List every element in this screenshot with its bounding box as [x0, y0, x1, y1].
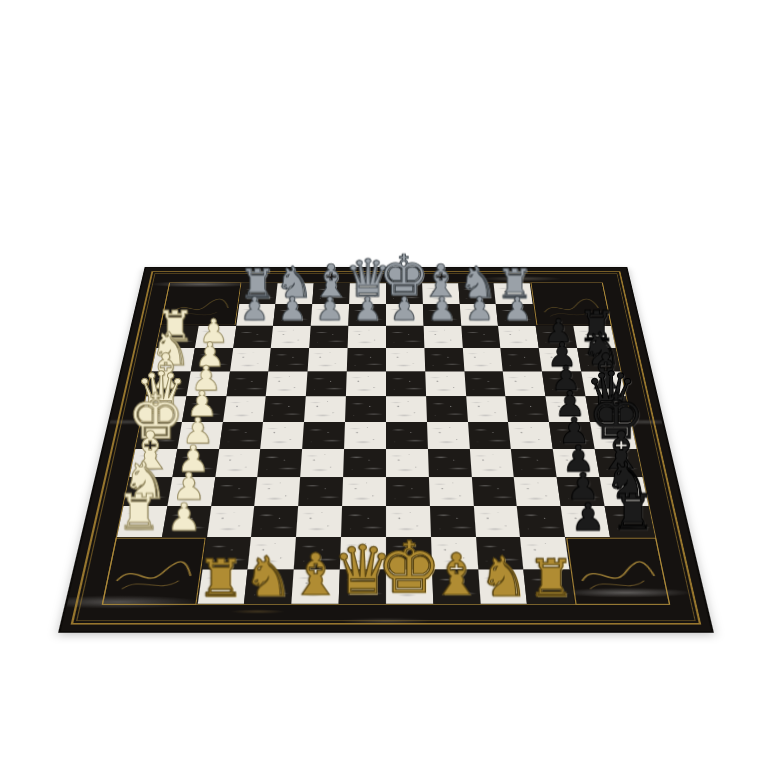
square-r4-c12: ♞ — [577, 348, 620, 372]
silver-knight: ♞ — [275, 261, 314, 304]
square-r1-c10: ♜ — [494, 283, 533, 304]
checkerboard-grid: ♜♞♝♛♚♝♞♜♟♟♟♟♟♟♟♟♜♟♟♜♞♟♟♞♝♟♟♝♛♟♟♛♚♟♟♚♝♟♟♝… — [102, 283, 671, 605]
square-r4-c3 — [230, 348, 272, 372]
square-r11-c9 — [476, 537, 524, 569]
square-r9-c3 — [211, 477, 258, 506]
square-r2-c3: ♟ — [236, 304, 276, 326]
square-r9-c4 — [255, 477, 301, 506]
square-r1-c7: ♚ — [386, 283, 423, 304]
square-r9-c2: ♟ — [167, 477, 215, 506]
square-r5-c1: ♝ — [146, 372, 190, 397]
square-r10-c5 — [296, 506, 342, 537]
square-r1-c4: ♞ — [276, 283, 314, 304]
black-pawn: ♟ — [571, 499, 605, 537]
corner-script-flourish-icon — [531, 283, 610, 325]
square-r6-c8 — [426, 396, 468, 422]
square-r2-c5: ♟ — [311, 304, 349, 326]
square-r8-c11: ♟ — [553, 449, 600, 477]
square-r11-c7 — [386, 537, 432, 569]
square-r6-c2: ♟ — [182, 396, 226, 422]
corner-cell-r11-c11 — [565, 537, 615, 569]
square-r12-c10: ♜ — [524, 570, 575, 604]
square-r6-c9 — [466, 396, 509, 422]
square-r10-c7 — [386, 506, 431, 537]
square-r3-c10 — [498, 326, 539, 349]
corner-cell-r11-c1 — [110, 537, 162, 569]
square-r2-c9: ♟ — [459, 304, 498, 326]
square-r3-c4 — [271, 326, 311, 349]
square-r6-c12: ♛ — [586, 396, 631, 422]
square-r9-c5 — [298, 477, 343, 506]
square-r10-c8 — [430, 506, 476, 537]
square-r4-c4 — [269, 348, 310, 372]
square-r1-c6: ♛ — [349, 283, 386, 304]
square-r9-c7 — [386, 477, 430, 506]
square-r10-c11: ♟ — [561, 506, 610, 537]
square-r4-c2: ♟ — [191, 348, 233, 372]
square-r12-c6: ♛ — [339, 570, 386, 604]
ivory-pawn: ♟ — [167, 499, 201, 537]
square-r3-c2: ♟ — [195, 326, 236, 349]
square-r9-c8 — [429, 477, 474, 506]
square-r12-c5: ♝ — [292, 570, 340, 604]
square-r1-c5: ♝ — [313, 283, 350, 304]
square-r5-c2: ♟ — [186, 372, 229, 397]
square-r3-c12: ♜ — [573, 326, 615, 349]
square-r5-c4 — [266, 372, 308, 397]
square-r8-c7 — [386, 449, 429, 477]
silver-knight: ♞ — [458, 261, 497, 304]
square-r1-c8: ♝ — [422, 283, 459, 304]
square-r9-c1: ♞ — [123, 477, 172, 506]
square-r12-c7: ♚ — [386, 570, 433, 604]
square-r9-c9 — [471, 477, 517, 506]
square-r8-c8 — [428, 449, 472, 477]
square-r5-c3 — [226, 372, 268, 397]
square-r8-c10 — [511, 449, 557, 477]
square-r10-c9 — [474, 506, 521, 537]
square-r12-c4: ♞ — [245, 570, 295, 604]
square-r12-c9: ♞ — [478, 570, 528, 604]
square-r4-c8 — [424, 348, 464, 372]
black-pawn: ♟ — [562, 440, 595, 477]
corner-cell-r11-c2 — [156, 537, 206, 569]
square-r4-c9 — [463, 348, 504, 372]
corner-script-flourish-icon — [161, 283, 240, 325]
square-r3-c8 — [423, 326, 462, 349]
square-r9-c11: ♟ — [557, 477, 605, 506]
square-r11-c8 — [431, 537, 478, 569]
corner-cell-r11-c12 — [610, 537, 662, 569]
square-r5-c5 — [306, 372, 347, 397]
square-r11-c10 — [521, 537, 570, 569]
square-r4-c7 — [386, 348, 425, 372]
square-r5-c11: ♟ — [542, 372, 585, 397]
square-r6-c3 — [223, 396, 267, 422]
square-r6-c4 — [263, 396, 306, 422]
square-r11-c4 — [248, 537, 296, 569]
square-r2-c7: ♟ — [386, 304, 423, 326]
square-r2-c10: ♟ — [496, 304, 536, 326]
square-r10-c3 — [207, 506, 255, 537]
square-r1-c9: ♞ — [458, 283, 496, 304]
square-r10-c6 — [341, 506, 386, 537]
black-pawn: ♟ — [554, 387, 585, 422]
square-r1-c3: ♜ — [239, 283, 278, 304]
ivory-pawn: ♟ — [172, 469, 206, 507]
square-r5-c12: ♝ — [581, 372, 625, 397]
square-r5-c6 — [346, 372, 386, 397]
square-r8-c4 — [258, 449, 303, 477]
square-r2-c8: ♟ — [423, 304, 461, 326]
square-r6-c11: ♟ — [546, 396, 590, 422]
square-r4-c10 — [501, 348, 543, 372]
square-r5-c10 — [503, 372, 546, 397]
square-r5-c9 — [464, 372, 506, 397]
square-r4-c5 — [308, 348, 348, 372]
square-r9-c10 — [514, 477, 561, 506]
square-r3-c9 — [461, 326, 501, 349]
square-r4-c6 — [347, 348, 386, 372]
ivory-pawn: ♟ — [177, 440, 210, 477]
square-r6-c5 — [304, 396, 346, 422]
square-r8-c9 — [470, 449, 515, 477]
marble-corner-top-left — [160, 283, 241, 326]
silver-rook: ♜ — [239, 263, 275, 303]
square-r8-c2: ♟ — [172, 449, 219, 477]
square-r3-c1: ♜ — [156, 326, 198, 349]
square-r11-c5 — [294, 537, 341, 569]
square-r10-c2: ♟ — [162, 506, 211, 537]
square-r6-c6 — [345, 396, 386, 422]
square-r3-c7 — [386, 326, 424, 349]
square-r2-c4: ♟ — [274, 304, 313, 326]
ivory-pawn: ♟ — [187, 387, 218, 422]
silver-rook: ♜ — [496, 263, 532, 303]
square-r4-c1: ♞ — [151, 348, 194, 372]
square-r8-c3 — [215, 449, 261, 477]
square-r4-c11: ♟ — [539, 348, 581, 372]
square-r5-c8 — [425, 372, 466, 397]
square-r10-c4 — [251, 506, 298, 537]
square-r5-c7 — [386, 372, 426, 397]
square-r9-c6 — [342, 477, 386, 506]
square-r8-c12: ♝ — [595, 449, 643, 477]
square-r10-c12: ♜ — [605, 506, 655, 537]
product-photo-scene: ♜♞♝♛♚♝♞♜♟♟♟♟♟♟♟♟♜♟♟♜♞♟♟♞♝♟♟♝♛♟♟♛♚♟♟♚♝♟♟♝… — [0, 0, 768, 768]
marble-corner-top-right — [531, 283, 612, 326]
square-r8-c6 — [343, 449, 386, 477]
square-r9-c12: ♞ — [600, 477, 649, 506]
square-r11-c3 — [202, 537, 251, 569]
square-r6-c1: ♛ — [141, 396, 186, 422]
square-r3-c5 — [309, 326, 348, 349]
square-r11-c6 — [340, 537, 386, 569]
square-r10-c10 — [517, 506, 565, 537]
square-r10-c1: ♜ — [117, 506, 167, 537]
square-r3-c6 — [348, 326, 386, 349]
square-r8-c5 — [301, 449, 345, 477]
four-way-chess-board: ♜♞♝♛♚♝♞♜♟♟♟♟♟♟♟♟♜♟♟♜♞♟♟♞♝♟♟♝♛♟♟♛♚♟♟♚♝♟♟♝… — [58, 267, 714, 633]
square-r8-c1: ♝ — [130, 449, 178, 477]
square-r3-c3 — [233, 326, 274, 349]
square-r12-c3: ♜ — [197, 570, 248, 604]
square-r3-c11: ♟ — [536, 326, 577, 349]
square-r6-c7 — [386, 396, 427, 422]
square-r6-c10 — [506, 396, 550, 422]
square-r12-c8: ♝ — [432, 570, 480, 604]
black-pawn: ♟ — [566, 469, 600, 507]
square-r2-c6: ♟ — [349, 304, 386, 326]
